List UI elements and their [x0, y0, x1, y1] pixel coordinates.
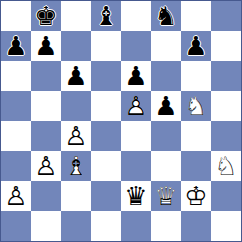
square-c2[interactable]: [61, 181, 91, 211]
square-d3[interactable]: [91, 151, 121, 181]
white-knight-outline: ♘: [181, 91, 211, 121]
square-a2[interactable]: ♟♙: [1, 181, 31, 211]
square-f6[interactable]: [151, 61, 181, 91]
white-pawn-outline: ♙: [31, 151, 61, 181]
square-f3[interactable]: [151, 151, 181, 181]
square-g3[interactable]: [181, 151, 211, 181]
square-e4[interactable]: [121, 121, 151, 151]
piece-black-pawn[interactable]: ♟: [1, 31, 31, 61]
square-h8[interactable]: [211, 1, 241, 31]
white-knight-outline: ♘: [211, 151, 241, 181]
square-c6[interactable]: ♟: [61, 61, 91, 91]
square-g6[interactable]: [181, 61, 211, 91]
square-d4[interactable]: [91, 121, 121, 151]
piece-white-knight[interactable]: ♞♘: [181, 91, 211, 121]
square-b1[interactable]: [31, 211, 61, 241]
square-b4[interactable]: [31, 121, 61, 151]
square-h3[interactable]: ♞♘: [211, 151, 241, 181]
piece-black-king[interactable]: ♚: [31, 1, 61, 31]
white-queen-outline: ♕: [151, 181, 181, 211]
piece-black-queen[interactable]: ♛: [121, 181, 151, 211]
piece-black-pawn[interactable]: ♟: [151, 91, 181, 121]
white-pawn-outline: ♙: [61, 121, 91, 151]
piece-white-king[interactable]: ♚♔: [181, 181, 211, 211]
piece-white-pawn[interactable]: ♟♙: [31, 151, 61, 181]
piece-white-knight[interactable]: ♞♘: [211, 151, 241, 181]
square-d8[interactable]: ♝: [91, 1, 121, 31]
square-h1[interactable]: [211, 211, 241, 241]
square-b5[interactable]: [31, 91, 61, 121]
square-a3[interactable]: [1, 151, 31, 181]
square-e1[interactable]: [121, 211, 151, 241]
square-a1[interactable]: [1, 211, 31, 241]
square-b2[interactable]: [31, 181, 61, 211]
square-f4[interactable]: [151, 121, 181, 151]
square-e6[interactable]: ♟: [121, 61, 151, 91]
square-h6[interactable]: [211, 61, 241, 91]
square-c4[interactable]: ♟♙: [61, 121, 91, 151]
square-a8[interactable]: [1, 1, 31, 31]
square-d2[interactable]: [91, 181, 121, 211]
square-g2[interactable]: ♚♔: [181, 181, 211, 211]
square-c3[interactable]: ♝♗: [61, 151, 91, 181]
square-e3[interactable]: [121, 151, 151, 181]
piece-black-pawn[interactable]: ♟: [61, 61, 91, 91]
square-e7[interactable]: [121, 31, 151, 61]
square-h5[interactable]: [211, 91, 241, 121]
square-d6[interactable]: [91, 61, 121, 91]
piece-white-pawn[interactable]: ♟♙: [61, 121, 91, 151]
square-d7[interactable]: [91, 31, 121, 61]
piece-white-bishop[interactable]: ♝♗: [61, 151, 91, 181]
square-g1[interactable]: [181, 211, 211, 241]
square-d1[interactable]: [91, 211, 121, 241]
square-a4[interactable]: [1, 121, 31, 151]
square-a6[interactable]: [1, 61, 31, 91]
piece-black-pawn[interactable]: ♟: [121, 61, 151, 91]
square-c1[interactable]: [61, 211, 91, 241]
white-pawn-outline: ♙: [121, 91, 151, 121]
square-c8[interactable]: [61, 1, 91, 31]
piece-black-knight[interactable]: ♞: [151, 1, 181, 31]
piece-black-pawn[interactable]: ♟: [31, 31, 61, 61]
white-king-outline: ♔: [181, 181, 211, 211]
square-e5[interactable]: ♟♙: [121, 91, 151, 121]
square-h2[interactable]: [211, 181, 241, 211]
white-pawn-outline: ♙: [1, 181, 31, 211]
square-b8[interactable]: ♚: [31, 1, 61, 31]
square-f5[interactable]: ♟: [151, 91, 181, 121]
square-g4[interactable]: [181, 121, 211, 151]
square-c5[interactable]: [61, 91, 91, 121]
piece-black-pawn[interactable]: ♟: [181, 31, 211, 61]
square-f2[interactable]: ♛♕: [151, 181, 181, 211]
square-g7[interactable]: ♟: [181, 31, 211, 61]
square-g8[interactable]: [181, 1, 211, 31]
piece-white-pawn[interactable]: ♟♙: [1, 181, 31, 211]
square-a5[interactable]: [1, 91, 31, 121]
chess-board: ♚♝♞♟♟♟♟♟♟♙♟♞♘♟♙♟♙♝♗♞♘♟♙♛♛♕♚♔: [0, 0, 242, 242]
piece-white-pawn[interactable]: ♟♙: [121, 91, 151, 121]
square-d5[interactable]: [91, 91, 121, 121]
square-h7[interactable]: [211, 31, 241, 61]
piece-black-bishop[interactable]: ♝: [91, 1, 121, 31]
square-f7[interactable]: [151, 31, 181, 61]
square-b7[interactable]: ♟: [31, 31, 61, 61]
square-e2[interactable]: ♛: [121, 181, 151, 211]
piece-white-queen[interactable]: ♛♕: [151, 181, 181, 211]
square-f1[interactable]: [151, 211, 181, 241]
square-a7[interactable]: ♟: [1, 31, 31, 61]
square-h4[interactable]: [211, 121, 241, 151]
square-c7[interactable]: [61, 31, 91, 61]
square-f8[interactable]: ♞: [151, 1, 181, 31]
square-b6[interactable]: [31, 61, 61, 91]
square-e8[interactable]: [121, 1, 151, 31]
white-bishop-outline: ♗: [61, 151, 91, 181]
square-g5[interactable]: ♞♘: [181, 91, 211, 121]
square-b3[interactable]: ♟♙: [31, 151, 61, 181]
